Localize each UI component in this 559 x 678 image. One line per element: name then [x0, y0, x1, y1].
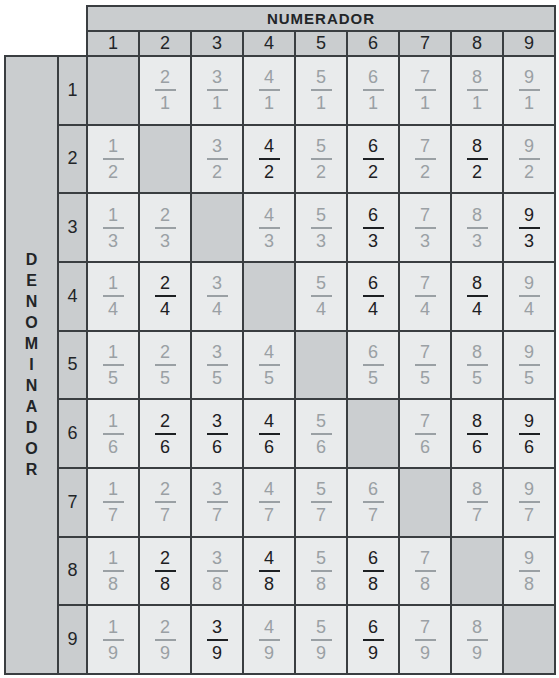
fraction-bar	[103, 158, 124, 160]
denominator-letter: D	[26, 249, 38, 270]
fraction-denominator: 7	[316, 505, 326, 525]
fraction-cell: 34	[192, 263, 242, 330]
fraction-cell: 96	[504, 400, 554, 467]
fraction-cell: 12	[88, 126, 138, 193]
fraction-numerator: 6	[368, 136, 378, 156]
fraction-denominator: 2	[264, 162, 274, 182]
fraction-cell: 21	[140, 57, 190, 124]
fraction-bar	[415, 433, 436, 435]
fraction-cell: 46	[244, 400, 294, 467]
fraction-cell: 28	[140, 538, 190, 605]
fraction-cell: 45	[244, 332, 294, 399]
fraction-numerator: 4	[264, 67, 274, 87]
fraction-denominator: 1	[264, 93, 274, 113]
fraction-numerator: 1	[108, 342, 118, 362]
fraction-denominator: 8	[368, 574, 378, 594]
fraction-denominator: 3	[264, 231, 274, 251]
fraction-numerator: 9	[524, 67, 534, 87]
fraction-denominator: 2	[316, 162, 326, 182]
fraction-bar	[207, 158, 228, 160]
fraction-cell: 42	[244, 126, 294, 193]
denominator-letter: I	[29, 354, 33, 375]
denominator-letter: R	[26, 459, 38, 480]
fraction-chart: NUMERADOR 123456789 DENOMINADOR 12345678…	[0, 0, 559, 678]
fraction-cell: 79	[400, 606, 450, 673]
fraction-denominator: 7	[472, 505, 482, 525]
fraction-cell: 26	[140, 400, 190, 467]
fraction-bar	[363, 364, 384, 366]
fraction-denominator: 1	[472, 93, 482, 113]
fraction-bar	[311, 89, 332, 91]
column-header: 7	[400, 32, 450, 55]
fraction-bar	[311, 433, 332, 435]
fraction-denominator: 8	[264, 574, 274, 594]
fraction-denominator: 8	[524, 574, 534, 594]
fraction-denominator: 6	[108, 437, 118, 457]
diagonal-cell	[400, 469, 450, 536]
fraction-bar	[519, 158, 540, 160]
fraction-bar	[519, 570, 540, 572]
column-header: 2	[140, 32, 190, 55]
fraction-numerator: 9	[524, 205, 534, 225]
fraction-bar	[467, 158, 488, 160]
fraction-cell: 13	[88, 194, 138, 261]
fraction-bar	[155, 227, 176, 229]
fraction-cell: 17	[88, 469, 138, 536]
fraction-denominator: 4	[524, 299, 534, 319]
fraction-cell: 85	[452, 332, 502, 399]
fraction-bar	[207, 433, 228, 435]
fraction-bar	[311, 158, 332, 160]
fraction-bar	[363, 570, 384, 572]
fraction-denominator: 6	[420, 437, 430, 457]
fraction-numerator: 4	[264, 548, 274, 568]
fraction-bar	[467, 639, 488, 641]
fraction-bar	[103, 227, 124, 229]
fraction-denominator: 2	[524, 162, 534, 182]
diagonal-cell	[244, 263, 294, 330]
fraction-numerator: 3	[212, 548, 222, 568]
fraction-numerator: 4	[264, 617, 274, 637]
fraction-numerator: 4	[264, 205, 274, 225]
fraction-denominator: 5	[212, 368, 222, 388]
fraction-denominator: 9	[472, 643, 482, 663]
fraction-denominator: 8	[212, 574, 222, 594]
fraction-bar	[155, 295, 176, 297]
fraction-denominator: 5	[524, 368, 534, 388]
fraction-bar	[155, 570, 176, 572]
fraction-denominator: 7	[160, 505, 170, 525]
fraction-bar	[311, 570, 332, 572]
fraction-numerator: 6	[368, 342, 378, 362]
fraction-denominator: 7	[368, 505, 378, 525]
fraction-bar	[155, 89, 176, 91]
fraction-cell: 19	[88, 606, 138, 673]
fraction-bar	[311, 295, 332, 297]
fraction-bar	[155, 639, 176, 641]
denominator-letter: N	[26, 375, 38, 396]
fraction-cell: 65	[348, 332, 398, 399]
fraction-bar	[415, 639, 436, 641]
fraction-denominator: 2	[212, 162, 222, 182]
row-header: 6	[59, 400, 86, 467]
denominator-title: DENOMINADOR	[6, 57, 57, 673]
numerator-header: NUMERADOR 123456789	[86, 5, 556, 57]
fraction-numerator: 4	[264, 342, 274, 362]
fraction-cell: 27	[140, 469, 190, 536]
denominator-letter: O	[25, 438, 37, 459]
fraction-cell: 68	[348, 538, 398, 605]
fraction-bar	[519, 295, 540, 297]
fraction-numerator: 8	[472, 273, 482, 293]
fraction-bar	[155, 364, 176, 366]
fraction-bar	[103, 433, 124, 435]
fraction-cell: 64	[348, 263, 398, 330]
fraction-numerator: 1	[108, 617, 118, 637]
fraction-bar	[467, 501, 488, 503]
fraction-numerator: 4	[264, 411, 274, 431]
fraction-cell: 84	[452, 263, 502, 330]
fraction-bar	[259, 639, 280, 641]
fraction-numerator: 2	[160, 205, 170, 225]
fraction-bar	[207, 89, 228, 91]
fraction-cell: 67	[348, 469, 398, 536]
fraction-bar	[363, 89, 384, 91]
fraction-bar	[519, 89, 540, 91]
fraction-denominator: 4	[472, 299, 482, 319]
fraction-bar	[259, 570, 280, 572]
fraction-denominator: 4	[316, 299, 326, 319]
fraction-bar	[155, 501, 176, 503]
fraction-cell: 18	[88, 538, 138, 605]
fraction-cell: 25	[140, 332, 190, 399]
diagonal-cell	[192, 194, 242, 261]
fraction-cell: 47	[244, 469, 294, 536]
fraction-cell: 75	[400, 332, 450, 399]
fraction-denominator: 5	[472, 368, 482, 388]
numerator-title: NUMERADOR	[88, 7, 554, 30]
fraction-bar	[467, 364, 488, 366]
fraction-numerator: 2	[160, 67, 170, 87]
fraction-cell: 32	[192, 126, 242, 193]
fraction-cell: 78	[400, 538, 450, 605]
fraction-denominator: 5	[160, 368, 170, 388]
fraction-numerator: 6	[368, 205, 378, 225]
fraction-cell: 61	[348, 57, 398, 124]
fraction-cell: 94	[504, 263, 554, 330]
fraction-numerator: 5	[316, 617, 326, 637]
fraction-numerator: 1	[108, 205, 118, 225]
row-header: 3	[59, 194, 86, 261]
row-header: 7	[59, 469, 86, 536]
fraction-cell: 89	[452, 606, 502, 673]
fraction-denominator: 9	[420, 643, 430, 663]
fraction-numerator: 8	[472, 136, 482, 156]
denominator-letter: O	[25, 312, 37, 333]
fraction-cell: 24	[140, 263, 190, 330]
fraction-bar	[467, 89, 488, 91]
fraction-bar	[467, 295, 488, 297]
fraction-cell: 23	[140, 194, 190, 261]
fraction-numerator: 7	[420, 67, 430, 87]
fraction-numerator: 9	[524, 136, 534, 156]
fraction-bar	[363, 295, 384, 297]
fraction-denominator: 9	[316, 643, 326, 663]
fraction-cell: 69	[348, 606, 398, 673]
fraction-bar	[103, 295, 124, 297]
fraction-cell: 41	[244, 57, 294, 124]
fraction-cell: 73	[400, 194, 450, 261]
fraction-numerator: 6	[368, 548, 378, 568]
fraction-bar	[207, 570, 228, 572]
fraction-denominator: 8	[420, 574, 430, 594]
fraction-numerator: 2	[160, 411, 170, 431]
fraction-denominator: 9	[368, 643, 378, 663]
fraction-numerator: 3	[212, 479, 222, 499]
fraction-numerator: 8	[472, 205, 482, 225]
fraction-denominator: 8	[108, 574, 118, 594]
fraction-bar	[155, 433, 176, 435]
diagonal-cell	[296, 332, 346, 399]
fraction-bar	[363, 639, 384, 641]
fraction-denominator: 5	[420, 368, 430, 388]
fraction-cell: 93	[504, 194, 554, 261]
fraction-bar	[519, 433, 540, 435]
fraction-bar	[207, 295, 228, 297]
fraction-denominator: 1	[524, 93, 534, 113]
column-header: 8	[452, 32, 502, 55]
fraction-cell: 36	[192, 400, 242, 467]
fraction-numerator: 7	[420, 342, 430, 362]
fraction-numerator: 5	[316, 479, 326, 499]
fraction-denominator: 9	[212, 643, 222, 663]
fraction-numerator: 2	[160, 479, 170, 499]
fraction-denominator: 3	[368, 231, 378, 251]
fraction-cell: 37	[192, 469, 242, 536]
fraction-numerator: 1	[108, 273, 118, 293]
column-header: 3	[192, 32, 242, 55]
fraction-bar	[363, 501, 384, 503]
fraction-denominator: 6	[524, 437, 534, 457]
fraction-denominator: 2	[472, 162, 482, 182]
fraction-denominator: 4	[420, 299, 430, 319]
fraction-cell: 48	[244, 538, 294, 605]
fraction-numerator: 4	[264, 136, 274, 156]
column-header: 4	[244, 32, 294, 55]
fraction-denominator: 6	[160, 437, 170, 457]
fraction-numerator: 5	[316, 273, 326, 293]
fraction-bar	[259, 433, 280, 435]
fraction-numerator: 5	[316, 67, 326, 87]
fraction-bar	[467, 433, 488, 435]
fraction-cell: 82	[452, 126, 502, 193]
fraction-denominator: 1	[368, 93, 378, 113]
column-header: 9	[504, 32, 554, 55]
fraction-denominator: 7	[212, 505, 222, 525]
fraction-denominator: 9	[264, 643, 274, 663]
fraction-numerator: 7	[420, 273, 430, 293]
row-header: 8	[59, 538, 86, 605]
fraction-denominator: 7	[264, 505, 274, 525]
fraction-cell: 87	[452, 469, 502, 536]
fraction-bar	[103, 639, 124, 641]
diagonal-cell	[452, 538, 502, 605]
fraction-cell: 76	[400, 400, 450, 467]
fraction-denominator: 3	[160, 231, 170, 251]
fraction-denominator: 3	[420, 231, 430, 251]
fraction-numerator: 2	[160, 342, 170, 362]
fraction-bar	[259, 158, 280, 160]
row-header: 1	[59, 57, 86, 124]
fraction-numerator: 8	[472, 67, 482, 87]
fraction-bar	[207, 501, 228, 503]
fraction-bar	[103, 364, 124, 366]
fraction-denominator: 3	[524, 231, 534, 251]
diagonal-cell	[504, 606, 554, 673]
fraction-numerator: 1	[108, 479, 118, 499]
fraction-denominator: 4	[212, 299, 222, 319]
fraction-cell: 43	[244, 194, 294, 261]
fraction-numerator: 5	[316, 136, 326, 156]
fraction-numerator: 3	[212, 273, 222, 293]
row-header: 4	[59, 263, 86, 330]
fraction-denominator: 5	[108, 368, 118, 388]
fraction-cell: 54	[296, 263, 346, 330]
fraction-bar	[259, 227, 280, 229]
fraction-cell: 97	[504, 469, 554, 536]
fraction-bar	[415, 295, 436, 297]
fraction-cell: 15	[88, 332, 138, 399]
fraction-bar	[519, 227, 540, 229]
fraction-bar	[363, 158, 384, 160]
fraction-denominator: 4	[108, 299, 118, 319]
fraction-bar	[103, 501, 124, 503]
fraction-numerator: 4	[264, 479, 274, 499]
fraction-cell: 59	[296, 606, 346, 673]
fraction-numerator: 3	[212, 617, 222, 637]
fraction-denominator: 6	[472, 437, 482, 457]
denominator-letter: N	[26, 291, 38, 312]
fraction-denominator: 4	[160, 299, 170, 319]
fraction-numerator: 7	[420, 205, 430, 225]
denominator-letter: A	[26, 396, 38, 417]
fraction-numerator: 2	[160, 617, 170, 637]
fraction-numerator: 9	[524, 411, 534, 431]
fraction-numerator: 6	[368, 273, 378, 293]
diagonal-cell	[88, 57, 138, 124]
fraction-numerator: 6	[368, 617, 378, 637]
fraction-numerator: 9	[524, 548, 534, 568]
fraction-cell: 91	[504, 57, 554, 124]
fraction-numerator: 6	[368, 67, 378, 87]
fraction-denominator: 4	[368, 299, 378, 319]
fraction-cell: 81	[452, 57, 502, 124]
fraction-numerator: 9	[524, 479, 534, 499]
fraction-bar	[259, 501, 280, 503]
fraction-cell: 83	[452, 194, 502, 261]
fraction-bar	[519, 501, 540, 503]
fraction-cell: 51	[296, 57, 346, 124]
fraction-cell: 56	[296, 400, 346, 467]
fraction-numerator: 1	[108, 411, 118, 431]
fraction-denominator: 2	[420, 162, 430, 182]
fraction-denominator: 1	[316, 93, 326, 113]
denominator-letter: D	[26, 417, 38, 438]
fraction-cell: 92	[504, 126, 554, 193]
fraction-bar	[259, 89, 280, 91]
fraction-cell: 95	[504, 332, 554, 399]
fraction-denominator: 3	[472, 231, 482, 251]
row-header: 2	[59, 126, 86, 193]
fraction-cell: 58	[296, 538, 346, 605]
fraction-cell: 63	[348, 194, 398, 261]
fraction-cell: 16	[88, 400, 138, 467]
fraction-numerator: 8	[472, 411, 482, 431]
fraction-denominator: 1	[420, 93, 430, 113]
fraction-cell: 38	[192, 538, 242, 605]
fraction-cell: 53	[296, 194, 346, 261]
fraction-cell: 35	[192, 332, 242, 399]
column-header: 1	[88, 32, 138, 55]
fraction-bar	[467, 227, 488, 229]
fraction-denominator: 3	[108, 231, 118, 251]
fraction-numerator: 7	[420, 411, 430, 431]
fraction-cell: 29	[140, 606, 190, 673]
fraction-denominator: 2	[368, 162, 378, 182]
fraction-bar	[103, 570, 124, 572]
fraction-bar	[311, 501, 332, 503]
fraction-numerator: 8	[472, 479, 482, 499]
fraction-denominator: 9	[160, 643, 170, 663]
fraction-bar	[259, 364, 280, 366]
fraction-denominator: 7	[108, 505, 118, 525]
fraction-cell: 74	[400, 263, 450, 330]
fraction-numerator: 7	[420, 548, 430, 568]
fraction-denominator: 8	[160, 574, 170, 594]
fraction-numerator: 5	[316, 548, 326, 568]
denominator-letter: M	[25, 333, 38, 354]
fraction-denominator: 1	[212, 93, 222, 113]
fraction-bar	[207, 639, 228, 641]
fraction-denominator: 5	[264, 368, 274, 388]
fraction-cell: 62	[348, 126, 398, 193]
fraction-bar	[363, 227, 384, 229]
fraction-cell: 98	[504, 538, 554, 605]
fraction-bar	[207, 364, 228, 366]
row-header: 5	[59, 332, 86, 399]
fraction-cell: 14	[88, 263, 138, 330]
fraction-numerator: 2	[160, 548, 170, 568]
fraction-cell: 57	[296, 469, 346, 536]
fraction-denominator: 6	[212, 437, 222, 457]
fraction-cell: 49	[244, 606, 294, 673]
fraction-numerator: 7	[420, 136, 430, 156]
fraction-cell: 72	[400, 126, 450, 193]
fraction-bar	[415, 89, 436, 91]
fraction-cell: 86	[452, 400, 502, 467]
fraction-grid: 2131415161718191123242526272829213234353…	[86, 55, 556, 675]
fraction-denominator: 6	[316, 437, 326, 457]
fraction-numerator: 3	[212, 136, 222, 156]
diagonal-cell	[348, 400, 398, 467]
fraction-denominator: 8	[316, 574, 326, 594]
fraction-cell: 31	[192, 57, 242, 124]
fraction-bar	[519, 364, 540, 366]
fraction-cell: 71	[400, 57, 450, 124]
fraction-denominator: 9	[108, 643, 118, 663]
fraction-numerator: 3	[212, 411, 222, 431]
fraction-denominator: 7	[524, 505, 534, 525]
